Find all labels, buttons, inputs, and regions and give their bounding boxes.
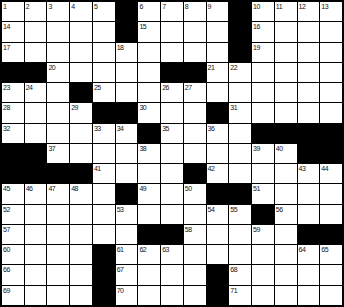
black-cell (138, 225, 160, 244)
white-cell[interactable]: 15 (138, 22, 160, 41)
white-cell[interactable]: 30 (138, 103, 160, 122)
white-cell[interactable] (252, 245, 274, 264)
white-cell[interactable]: 45 (2, 184, 24, 203)
clue-number: 15 (139, 22, 146, 31)
black-cell (116, 2, 138, 21)
white-cell[interactable]: 19 (252, 43, 274, 62)
white-cell[interactable] (93, 205, 115, 224)
clue-number: 10 (253, 2, 260, 11)
white-cell[interactable] (138, 164, 160, 183)
clue-number: 30 (139, 103, 146, 112)
white-cell[interactable] (47, 103, 69, 122)
white-cell[interactable]: 23 (2, 83, 24, 102)
clue-number: 46 (26, 184, 33, 193)
clue-number: 68 (230, 265, 237, 274)
clue-number: 18 (117, 43, 124, 52)
white-cell[interactable] (70, 124, 92, 143)
clue-number: 40 (276, 144, 283, 153)
white-cell[interactable] (298, 184, 320, 203)
white-cell[interactable] (229, 144, 251, 163)
black-cell (207, 184, 229, 203)
white-cell[interactable]: 2 (25, 2, 47, 21)
white-cell[interactable]: 33 (93, 124, 115, 143)
black-cell (229, 22, 251, 41)
white-cell[interactable] (161, 205, 183, 224)
clue-number: 51 (253, 184, 260, 193)
black-cell (138, 124, 160, 143)
clue-number: 60 (3, 245, 10, 254)
white-cell[interactable]: 24 (25, 83, 47, 102)
white-cell[interactable] (161, 164, 183, 183)
white-cell[interactable] (229, 164, 251, 183)
white-cell[interactable]: 16 (252, 22, 274, 41)
white-cell[interactable] (47, 83, 69, 102)
white-cell[interactable] (25, 43, 47, 62)
white-cell[interactable]: 69 (2, 286, 24, 305)
white-cell[interactable] (116, 83, 138, 102)
white-cell[interactable] (25, 265, 47, 284)
black-cell (93, 265, 115, 284)
clue-number: 31 (230, 103, 237, 112)
white-cell[interactable] (47, 265, 69, 284)
black-cell (70, 164, 92, 183)
black-cell (2, 164, 24, 183)
white-cell[interactable]: 54 (207, 205, 229, 224)
clue-number: 53 (117, 205, 124, 214)
black-cell (184, 164, 206, 183)
white-cell[interactable]: 41 (93, 164, 115, 183)
white-cell[interactable] (25, 245, 47, 264)
white-cell[interactable]: 36 (207, 124, 229, 143)
black-cell (93, 245, 115, 264)
white-cell[interactable] (275, 184, 297, 203)
black-cell (93, 103, 115, 122)
clue-number: 6 (139, 2, 142, 11)
clue-number: 63 (162, 245, 169, 254)
white-cell[interactable] (138, 205, 160, 224)
white-cell[interactable] (275, 286, 297, 305)
clue-number: 34 (117, 124, 124, 133)
white-cell[interactable]: 32 (2, 124, 24, 143)
clue-number: 32 (3, 124, 10, 133)
clue-number: 69 (3, 286, 10, 295)
white-cell[interactable]: 47 (47, 184, 69, 203)
white-cell[interactable]: 3 (47, 2, 69, 21)
black-cell (298, 124, 320, 143)
white-cell[interactable] (275, 265, 297, 284)
white-cell[interactable] (161, 286, 183, 305)
black-cell (184, 63, 206, 82)
white-cell[interactable] (184, 265, 206, 284)
black-cell (116, 184, 138, 203)
white-cell[interactable] (93, 43, 115, 62)
white-cell[interactable]: 31 (229, 103, 251, 122)
clue-number: 54 (208, 205, 215, 214)
white-cell[interactable]: 51 (252, 184, 274, 203)
white-cell[interactable]: 22 (229, 63, 251, 82)
clue-number: 45 (3, 184, 10, 193)
white-cell[interactable] (70, 22, 92, 41)
black-cell (252, 124, 274, 143)
white-cell[interactable] (161, 184, 183, 203)
clue-number: 41 (94, 164, 101, 173)
black-cell (298, 225, 320, 244)
white-cell[interactable]: 26 (161, 83, 183, 102)
clue-number: 49 (139, 184, 146, 193)
white-cell[interactable]: 34 (116, 124, 138, 143)
white-cell[interactable]: 56 (275, 205, 297, 224)
clue-number: 56 (276, 205, 283, 214)
clue-number: 16 (253, 22, 260, 31)
white-cell[interactable] (229, 245, 251, 264)
white-cell[interactable] (184, 22, 206, 41)
white-cell[interactable] (47, 205, 69, 224)
white-cell[interactable] (47, 286, 69, 305)
white-cell[interactable] (320, 43, 342, 62)
clue-number: 7 (162, 2, 165, 11)
black-cell (229, 184, 251, 203)
white-cell[interactable] (116, 63, 138, 82)
clue-number: 29 (71, 103, 78, 112)
white-cell[interactable] (298, 22, 320, 41)
clue-number: 59 (253, 225, 260, 234)
black-cell (25, 144, 47, 163)
white-cell[interactable] (320, 205, 342, 224)
clue-number: 21 (208, 63, 215, 72)
white-cell[interactable] (275, 83, 297, 102)
black-cell (161, 63, 183, 82)
white-cell[interactable] (184, 43, 206, 62)
clue-number: 20 (48, 63, 55, 72)
white-cell[interactable] (298, 103, 320, 122)
white-cell[interactable]: 43 (298, 164, 320, 183)
clue-number: 14 (3, 22, 10, 31)
white-cell[interactable]: 55 (229, 205, 251, 224)
black-cell (161, 225, 183, 244)
white-cell[interactable]: 13 (320, 2, 342, 21)
clue-number: 12 (299, 2, 306, 11)
white-cell[interactable]: 50 (184, 184, 206, 203)
clue-number: 50 (185, 184, 192, 193)
clue-number: 71 (230, 286, 237, 295)
clue-number: 9 (208, 2, 211, 11)
black-cell (116, 22, 138, 41)
white-cell[interactable] (320, 22, 342, 41)
clue-number: 1 (3, 2, 6, 11)
white-cell[interactable] (138, 83, 160, 102)
clue-number: 55 (230, 205, 237, 214)
clue-number: 47 (48, 184, 55, 193)
white-cell[interactable]: 64 (298, 245, 320, 264)
white-cell[interactable]: 11 (275, 2, 297, 21)
white-cell[interactable] (207, 83, 229, 102)
clue-number: 38 (139, 144, 146, 153)
black-cell (207, 286, 229, 305)
clue-number: 58 (185, 225, 192, 234)
white-cell[interactable]: 6 (138, 2, 160, 21)
white-cell[interactable] (275, 103, 297, 122)
white-cell[interactable]: 28 (2, 103, 24, 122)
white-cell[interactable] (207, 144, 229, 163)
black-cell (275, 124, 297, 143)
white-cell[interactable]: 37 (47, 144, 69, 163)
white-cell[interactable] (47, 225, 69, 244)
black-cell (207, 103, 229, 122)
white-cell[interactable]: 46 (25, 184, 47, 203)
white-cell[interactable] (252, 265, 274, 284)
clue-number: 27 (185, 83, 192, 92)
clue-number: 39 (253, 144, 260, 153)
white-cell[interactable] (275, 43, 297, 62)
white-cell[interactable]: 27 (184, 83, 206, 102)
white-cell[interactable] (320, 265, 342, 284)
clue-number: 43 (299, 164, 306, 173)
white-cell[interactable] (161, 43, 183, 62)
white-cell[interactable] (116, 164, 138, 183)
white-cell[interactable] (93, 22, 115, 41)
black-cell (229, 43, 251, 62)
white-cell[interactable] (116, 144, 138, 163)
white-cell[interactable] (70, 63, 92, 82)
white-cell[interactable] (70, 144, 92, 163)
black-cell (2, 144, 24, 163)
white-cell[interactable] (70, 205, 92, 224)
white-cell[interactable] (207, 43, 229, 62)
clue-number: 8 (185, 2, 188, 11)
white-cell[interactable] (275, 164, 297, 183)
white-cell[interactable] (161, 144, 183, 163)
clue-number: 11 (276, 2, 282, 11)
white-cell[interactable]: 58 (184, 225, 206, 244)
clue-number: 48 (71, 184, 78, 193)
white-cell[interactable] (25, 286, 47, 305)
white-cell[interactable] (184, 286, 206, 305)
white-cell[interactable] (70, 43, 92, 62)
white-cell[interactable] (275, 22, 297, 41)
clue-number: 52 (3, 205, 10, 214)
white-cell[interactable] (252, 164, 274, 183)
white-cell[interactable]: 71 (229, 286, 251, 305)
white-cell[interactable] (25, 22, 47, 41)
white-cell[interactable] (25, 124, 47, 143)
clue-number: 19 (253, 43, 260, 52)
clue-number: 57 (3, 225, 10, 234)
white-cell[interactable] (70, 265, 92, 284)
white-cell[interactable]: 4 (70, 2, 92, 21)
white-cell[interactable]: 35 (161, 124, 183, 143)
white-cell[interactable]: 29 (70, 103, 92, 122)
white-cell[interactable] (116, 225, 138, 244)
clue-number: 33 (94, 124, 101, 133)
black-cell (207, 265, 229, 284)
clue-number: 65 (321, 245, 328, 254)
clue-number: 26 (162, 83, 169, 92)
white-cell[interactable] (25, 103, 47, 122)
clue-number: 13 (321, 2, 328, 11)
white-cell[interactable] (298, 265, 320, 284)
clue-number: 66 (3, 265, 10, 274)
white-cell[interactable] (138, 286, 160, 305)
white-cell[interactable] (298, 43, 320, 62)
white-cell[interactable]: 44 (320, 164, 342, 183)
white-cell[interactable]: 38 (138, 144, 160, 163)
black-cell (320, 124, 342, 143)
white-cell[interactable] (184, 205, 206, 224)
clue-number: 23 (3, 83, 10, 92)
white-cell[interactable] (70, 225, 92, 244)
white-cell[interactable]: 17 (2, 43, 24, 62)
black-cell (25, 164, 47, 183)
white-cell[interactable] (298, 286, 320, 305)
white-cell[interactable] (320, 103, 342, 122)
white-cell[interactable]: 65 (320, 245, 342, 264)
white-cell[interactable] (229, 83, 251, 102)
black-cell (229, 2, 251, 21)
white-cell[interactable] (70, 286, 92, 305)
white-cell[interactable] (138, 265, 160, 284)
white-cell[interactable] (47, 43, 69, 62)
white-cell[interactable]: 59 (252, 225, 274, 244)
white-cell[interactable] (70, 245, 92, 264)
clue-number: 4 (71, 2, 74, 11)
white-cell[interactable]: 39 (252, 144, 274, 163)
white-cell[interactable] (138, 43, 160, 62)
white-cell[interactable] (320, 286, 342, 305)
white-cell[interactable]: 67 (116, 265, 138, 284)
white-cell[interactable]: 21 (207, 63, 229, 82)
white-cell[interactable] (161, 103, 183, 122)
black-cell (93, 286, 115, 305)
white-cell[interactable] (207, 225, 229, 244)
white-cell[interactable]: 42 (207, 164, 229, 183)
black-cell (70, 83, 92, 102)
black-cell (25, 63, 47, 82)
clue-number: 44 (321, 164, 328, 173)
white-cell[interactable] (47, 124, 69, 143)
white-cell[interactable] (47, 22, 69, 41)
white-cell[interactable] (275, 245, 297, 264)
white-cell[interactable] (161, 22, 183, 41)
white-cell[interactable] (298, 63, 320, 82)
clue-number: 25 (94, 83, 101, 92)
black-cell (116, 103, 138, 122)
clue-number: 28 (3, 103, 10, 112)
white-cell[interactable]: 9 (207, 2, 229, 21)
clue-number: 36 (208, 124, 215, 133)
crossword-grid: 1234567891011121314151617181920212223242… (0, 0, 344, 307)
white-cell[interactable]: 68 (229, 265, 251, 284)
clue-number: 62 (139, 245, 146, 254)
clue-number: 22 (230, 63, 237, 72)
black-cell (252, 205, 274, 224)
white-cell[interactable] (320, 83, 342, 102)
white-cell[interactable]: 49 (138, 184, 160, 203)
white-cell[interactable] (184, 245, 206, 264)
clue-number: 42 (208, 164, 215, 173)
clue-number: 17 (3, 43, 10, 52)
white-cell[interactable]: 48 (70, 184, 92, 203)
white-cell[interactable]: 62 (138, 245, 160, 264)
white-cell[interactable] (138, 63, 160, 82)
white-cell[interactable]: 52 (2, 205, 24, 224)
white-cell[interactable]: 7 (161, 2, 183, 21)
white-cell[interactable] (252, 103, 274, 122)
white-cell[interactable] (184, 144, 206, 163)
white-cell[interactable] (298, 83, 320, 102)
white-cell[interactable] (252, 63, 274, 82)
white-cell[interactable] (47, 245, 69, 264)
white-cell[interactable]: 70 (116, 286, 138, 305)
white-cell[interactable] (161, 265, 183, 284)
white-cell[interactable]: 57 (2, 225, 24, 244)
white-cell[interactable] (93, 225, 115, 244)
white-cell[interactable] (25, 225, 47, 244)
white-cell[interactable]: 18 (116, 43, 138, 62)
white-cell[interactable] (207, 245, 229, 264)
white-cell[interactable]: 8 (184, 2, 206, 21)
white-cell[interactable] (229, 225, 251, 244)
white-cell[interactable]: 10 (252, 2, 274, 21)
white-cell[interactable]: 5 (93, 2, 115, 21)
clue-number: 67 (117, 265, 124, 274)
clue-number: 64 (299, 245, 306, 254)
black-cell (320, 225, 342, 244)
white-cell[interactable]: 40 (275, 144, 297, 163)
white-cell[interactable] (25, 205, 47, 224)
white-cell[interactable] (207, 22, 229, 41)
clue-number: 2 (26, 2, 29, 11)
white-cell[interactable] (93, 144, 115, 163)
white-cell[interactable] (93, 184, 115, 203)
black-cell (320, 144, 342, 163)
white-cell[interactable] (184, 124, 206, 143)
clue-number: 37 (48, 144, 55, 153)
black-cell (47, 164, 69, 183)
black-cell (2, 63, 24, 82)
white-cell[interactable]: 14 (2, 22, 24, 41)
white-cell[interactable]: 66 (2, 265, 24, 284)
white-cell[interactable]: 1 (2, 2, 24, 21)
white-cell[interactable] (229, 124, 251, 143)
white-cell[interactable] (252, 286, 274, 305)
white-cell[interactable] (275, 225, 297, 244)
white-cell[interactable] (184, 103, 206, 122)
clue-number: 70 (117, 286, 124, 295)
white-cell[interactable]: 53 (116, 205, 138, 224)
black-cell (298, 144, 320, 163)
clue-number: 24 (26, 83, 33, 92)
white-cell[interactable]: 63 (161, 245, 183, 264)
white-cell[interactable]: 20 (47, 63, 69, 82)
white-cell[interactable] (320, 63, 342, 82)
white-cell[interactable] (320, 184, 342, 203)
clue-number: 35 (162, 124, 169, 133)
white-cell[interactable]: 61 (116, 245, 138, 264)
clue-number: 3 (48, 2, 51, 11)
clue-number: 5 (94, 2, 97, 11)
white-cell[interactable]: 12 (298, 2, 320, 21)
clue-number: 61 (117, 245, 124, 254)
white-cell[interactable]: 25 (93, 83, 115, 102)
white-cell[interactable]: 60 (2, 245, 24, 264)
white-cell[interactable] (275, 63, 297, 82)
white-cell[interactable] (93, 63, 115, 82)
white-cell[interactable] (298, 205, 320, 224)
white-cell[interactable] (252, 83, 274, 102)
